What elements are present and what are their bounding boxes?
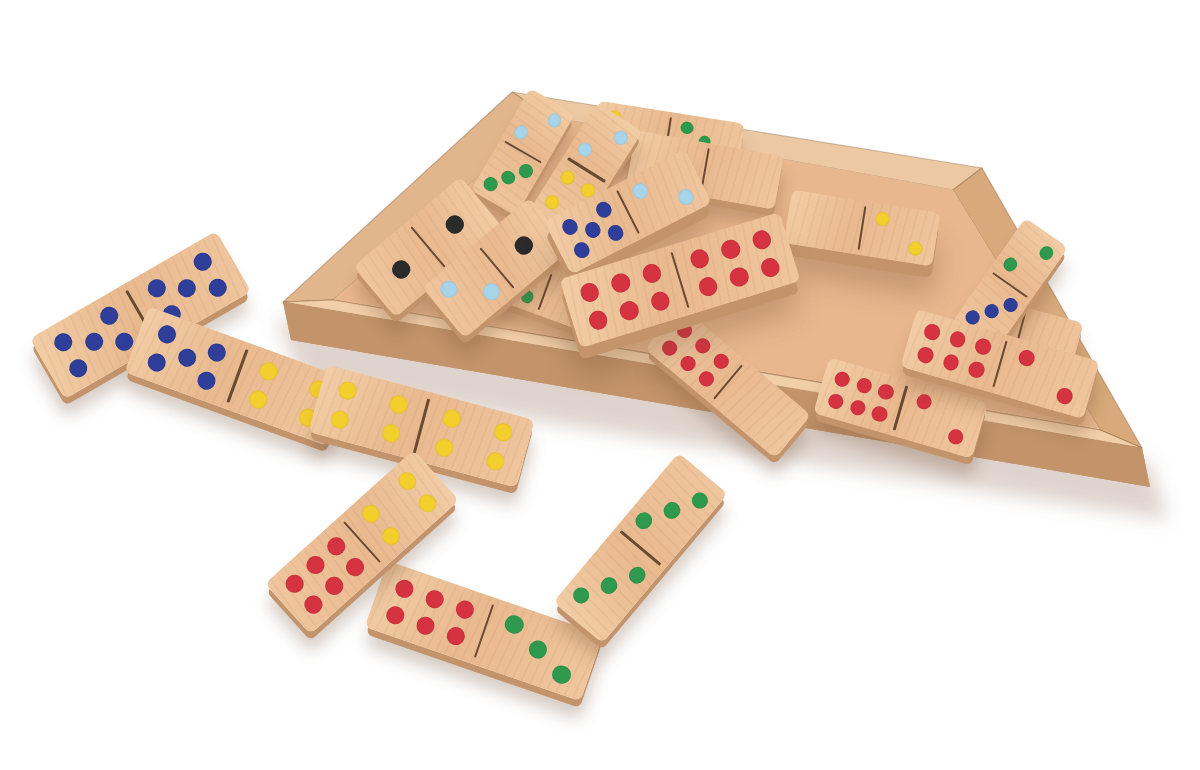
pip-yellow [246,388,269,411]
pip-red [688,247,711,270]
pip-dark-blue [571,240,592,261]
pip-yellow [359,501,384,526]
pip-dark-blue [195,369,218,392]
pip-dark-blue [560,216,581,237]
domino-divider [474,604,494,658]
pip-yellow [415,491,440,516]
domino-divider [504,141,541,164]
pip-dark-blue [982,302,1001,321]
pip-yellow [336,379,358,401]
pip-green [680,121,694,135]
pip-red [282,571,307,596]
pip-red [423,587,446,610]
pip-green [526,638,549,661]
pip-dark-blue [155,322,178,345]
pip-light-blue [512,123,530,141]
domino-c5[interactable] [365,561,603,701]
domino-divider [713,364,744,400]
pip-green [660,499,683,522]
pip-red [587,309,610,332]
pip-yellow [380,423,402,445]
pip-red [303,553,328,578]
domino-divider [670,252,689,308]
pip-red [848,399,867,418]
pip-red [832,370,851,389]
pip-green [517,162,535,180]
pip-dark-blue [189,249,214,274]
pip-dark-blue [81,329,106,354]
pip-light-blue [611,128,630,147]
pip-green [597,574,620,597]
pip-red [1017,348,1036,367]
pip-red [660,338,680,358]
pip-yellow [432,437,454,459]
pip-red [948,329,967,348]
pip-red [719,237,742,260]
pip-yellow [491,421,513,443]
pip-black [443,212,467,236]
pip-red [649,290,672,313]
pip-red [750,228,773,251]
pip-red [876,382,895,401]
pip-red [609,271,632,294]
pip-light-blue [437,277,461,301]
pip-yellow [440,407,462,429]
domino-divider [410,226,446,268]
pip-dark-blue [143,276,168,301]
pip-red [674,320,694,340]
pip-dark-blue [175,346,198,369]
pip-green [481,175,499,193]
pip-yellow [256,359,279,382]
pip-red [301,592,326,617]
pip-red [383,604,406,627]
pip-yellow [378,524,403,549]
domino-divider [992,272,1027,298]
pip-red [759,256,782,279]
pip-yellow [483,450,505,472]
pip-red [324,534,349,559]
pip-red [826,392,845,411]
pip-dark-blue [582,219,603,240]
pip-red [915,392,934,411]
domino-t12[interactable] [645,306,811,458]
pip-light-blue [479,279,503,303]
pip-dark-blue [174,276,199,301]
pip-green [503,613,526,636]
domino-divider [857,206,866,249]
pip-red [922,322,941,341]
pip-yellow [328,409,350,431]
pip-dark-blue [96,303,121,328]
pip-green [519,289,535,305]
pip-red [967,360,986,379]
pip-red [578,281,601,304]
pip-green [550,663,573,686]
pip-light-blue [545,111,563,129]
pip-dark-blue [593,199,614,220]
domino-divider [343,521,381,563]
pip-red [946,428,965,447]
domino-divider [479,247,515,289]
domino-divider [992,341,1008,388]
pip-dark-blue [1001,296,1020,315]
pip-light-blue [630,180,651,201]
pip-yellow [542,193,561,212]
pip-yellow [907,240,923,256]
pip-green [499,168,517,186]
pip-red [870,405,889,424]
pip-green [1037,244,1056,263]
pip-green [1001,255,1020,274]
dominoes-scene: Overhead photo-style scene of a jumbo wo… [0,0,1200,770]
pip-dark-blue [145,351,168,374]
pip-dark-blue [50,329,75,354]
pip-red [414,614,437,637]
pip-red [728,266,751,289]
pip-red [618,299,641,322]
pip-black [389,257,413,281]
pip-yellow [875,211,891,227]
pip-red [711,351,731,371]
pip-red [1055,387,1074,406]
pip-red [322,573,347,598]
domino-divider [620,531,661,566]
pip-red [444,625,467,648]
pip-black [512,233,536,257]
pip-green [632,509,655,532]
pip-dark-blue [605,223,626,244]
pip-red [640,262,663,285]
pip-red [916,346,935,365]
pip-light-blue [575,140,594,159]
pip-red [393,577,416,600]
domino-c6[interactable] [553,453,727,644]
domino-divider [892,385,907,430]
pip-red [454,598,477,621]
pip-yellow [395,469,420,494]
pip-green [688,489,711,512]
pip-light-blue [675,187,696,208]
domino-divider [226,349,247,402]
domino-divider [413,399,430,454]
pip-red [342,555,367,580]
pip-red [941,353,960,372]
pip-dark-blue [205,276,230,301]
pip-green [569,584,592,607]
pip-dark-blue [66,356,91,381]
pip-green [625,564,648,587]
pip-yellow [388,393,410,415]
pip-red [693,336,713,356]
pip-red [678,353,698,373]
pip-yellow [557,168,576,187]
domino-divider [537,274,552,311]
domino-t8[interactable] [784,190,941,267]
pip-red [696,368,716,388]
pip-red [697,275,720,298]
pip-red [854,376,873,395]
pip-red [974,337,993,356]
pip-dark-blue [205,341,228,364]
